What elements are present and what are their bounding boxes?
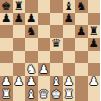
square-d7[interactable] <box>38 13 51 26</box>
square-a2[interactable]: ♟ <box>0 76 13 89</box>
square-h4[interactable] <box>88 51 101 64</box>
white-bishop: ♝ <box>26 89 36 101</box>
square-g3[interactable] <box>75 63 88 76</box>
square-e5[interactable]: ♛ <box>50 38 63 51</box>
white-rook: ♜ <box>1 89 11 101</box>
square-d5[interactable] <box>38 38 51 51</box>
square-g8[interactable]: ♞ <box>75 0 88 13</box>
square-f3[interactable] <box>63 63 76 76</box>
square-c5[interactable] <box>25 38 38 51</box>
square-b6[interactable] <box>13 25 26 38</box>
square-e6[interactable] <box>50 25 63 38</box>
square-d1[interactable]: ♛ <box>38 88 51 101</box>
square-f4[interactable] <box>63 51 76 64</box>
square-b4[interactable] <box>13 51 26 64</box>
square-b5[interactable] <box>13 38 26 51</box>
square-f8[interactable]: ♝ <box>63 0 76 13</box>
black-pawn: ♟ <box>64 13 74 25</box>
white-pawn: ♟ <box>64 76 74 88</box>
white-pawn: ♟ <box>14 76 24 88</box>
square-c4[interactable] <box>25 51 38 64</box>
square-g7[interactable] <box>75 13 88 26</box>
square-g5[interactable] <box>75 38 88 51</box>
white-pawn: ♟ <box>39 64 49 76</box>
square-h6[interactable]: ♜ <box>88 25 101 38</box>
square-a5[interactable] <box>0 38 13 51</box>
square-e8[interactable] <box>50 0 63 13</box>
square-e2[interactable]: ♝ <box>50 76 63 89</box>
square-e7[interactable] <box>50 13 63 26</box>
black-knight: ♞ <box>26 26 36 38</box>
square-a3[interactable] <box>0 63 13 76</box>
square-h2[interactable]: ♟ <box>88 76 101 89</box>
square-g6[interactable]: ♟ <box>75 25 88 38</box>
square-b7[interactable]: ♟ <box>13 13 26 26</box>
square-h5[interactable]: ♟ <box>88 38 101 51</box>
square-c6[interactable]: ♞ <box>25 25 38 38</box>
square-d6[interactable] <box>38 25 51 38</box>
square-g4[interactable] <box>75 51 88 64</box>
square-d8[interactable] <box>38 0 51 13</box>
white-knight: ♞ <box>26 64 36 76</box>
square-a6[interactable] <box>0 25 13 38</box>
square-g1[interactable] <box>75 88 88 101</box>
square-c7[interactable]: ♟ <box>25 13 38 26</box>
square-c1[interactable]: ♝ <box>25 88 38 101</box>
square-a4[interactable] <box>0 51 13 64</box>
square-c3[interactable]: ♞ <box>25 63 38 76</box>
black-king: ♚ <box>1 1 11 13</box>
square-d4[interactable] <box>38 51 51 64</box>
square-h1[interactable] <box>88 88 101 101</box>
black-knight: ♞ <box>76 1 86 13</box>
black-rook: ♜ <box>14 1 24 13</box>
square-g2[interactable] <box>75 76 88 89</box>
square-a7[interactable]: ♟ <box>0 13 13 26</box>
white-pawn: ♟ <box>26 76 36 88</box>
white-bishop: ♝ <box>51 76 61 88</box>
square-d2[interactable] <box>38 76 51 89</box>
white-pawn: ♟ <box>89 76 99 88</box>
square-b1[interactable] <box>13 88 26 101</box>
square-f5[interactable] <box>63 38 76 51</box>
square-c8[interactable] <box>25 0 38 13</box>
square-f7[interactable]: ♟ <box>63 13 76 26</box>
chess-board: ♚♜♝♞♟♟♟♟♞♟♜♛♟♞♟♟♟♟♝♟♟♜♝♛♚♜ <box>0 0 100 101</box>
black-pawn: ♟ <box>89 38 99 50</box>
square-e3[interactable] <box>50 63 63 76</box>
black-queen: ♛ <box>51 38 61 50</box>
white-rook: ♜ <box>64 89 74 101</box>
black-pawn: ♟ <box>14 13 24 25</box>
square-h8[interactable] <box>88 0 101 13</box>
white-queen: ♛ <box>39 89 49 101</box>
square-f1[interactable]: ♜ <box>63 88 76 101</box>
square-a1[interactable]: ♜ <box>0 88 13 101</box>
square-h7[interactable] <box>88 13 101 26</box>
black-pawn: ♟ <box>26 13 36 25</box>
black-bishop: ♝ <box>64 1 74 13</box>
square-b8[interactable]: ♜ <box>13 0 26 13</box>
square-f2[interactable]: ♟ <box>63 76 76 89</box>
square-d3[interactable]: ♟ <box>38 63 51 76</box>
black-pawn: ♟ <box>1 13 11 25</box>
white-pawn: ♟ <box>1 76 11 88</box>
square-b2[interactable]: ♟ <box>13 76 26 89</box>
square-e4[interactable] <box>50 51 63 64</box>
square-a8[interactable]: ♚ <box>0 0 13 13</box>
square-c2[interactable]: ♟ <box>25 76 38 89</box>
black-rook: ♜ <box>89 26 99 38</box>
white-king: ♚ <box>51 89 61 101</box>
square-h3[interactable] <box>88 63 101 76</box>
square-f6[interactable] <box>63 25 76 38</box>
square-e1[interactable]: ♚ <box>50 88 63 101</box>
square-b3[interactable] <box>13 63 26 76</box>
black-pawn: ♟ <box>76 26 86 38</box>
